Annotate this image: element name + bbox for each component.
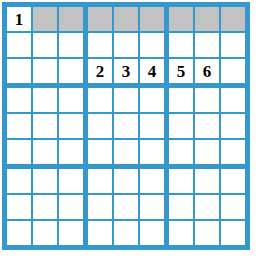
cell-r8c2[interactable] (59, 221, 83, 245)
cell-r0c0[interactable]: 1 (7, 7, 31, 31)
cell-r7c6[interactable] (169, 195, 193, 219)
cell-r5c1[interactable] (33, 140, 57, 164)
cell-r1c3[interactable] (88, 33, 112, 57)
cell-r7c1[interactable] (33, 195, 57, 219)
box-r1c0 (7, 88, 83, 164)
cell-r5c3[interactable] (88, 140, 112, 164)
cell-r0c8[interactable] (221, 7, 245, 31)
cell-r5c5[interactable] (140, 140, 164, 164)
cell-r5c6[interactable] (169, 140, 193, 164)
cell-r6c8[interactable] (221, 169, 245, 193)
cell-r4c1[interactable] (33, 114, 57, 138)
cell-r4c0[interactable] (7, 114, 31, 138)
cell-r8c3[interactable] (88, 221, 112, 245)
cell-r1c6[interactable] (169, 33, 193, 57)
cell-r1c7[interactable] (195, 33, 219, 57)
cell-r8c7[interactable] (195, 221, 219, 245)
cell-r2c3[interactable]: 2 (88, 59, 112, 83)
cell-r3c2[interactable] (59, 88, 83, 112)
cell-r3c8[interactable] (221, 88, 245, 112)
box-r0c1: 234 (88, 7, 164, 83)
cell-r5c0[interactable] (7, 140, 31, 164)
cell-r7c7[interactable] (195, 195, 219, 219)
cell-r2c6[interactable]: 5 (169, 59, 193, 83)
cell-r7c3[interactable] (88, 195, 112, 219)
cell-r3c1[interactable] (33, 88, 57, 112)
sudoku-board: 123456 (2, 2, 250, 250)
cell-r3c0[interactable] (7, 88, 31, 112)
cell-r6c0[interactable] (7, 169, 31, 193)
cell-r5c4[interactable] (114, 140, 138, 164)
cell-r6c6[interactable] (169, 169, 193, 193)
cell-r2c2[interactable] (59, 59, 83, 83)
cell-r4c3[interactable] (88, 114, 112, 138)
cell-r0c3[interactable] (88, 7, 112, 31)
cell-r2c1[interactable] (33, 59, 57, 83)
cell-r6c5[interactable] (140, 169, 164, 193)
box-r0c2: 56 (169, 7, 245, 83)
cell-r5c8[interactable] (221, 140, 245, 164)
cell-r4c2[interactable] (59, 114, 83, 138)
cell-r2c8[interactable] (221, 59, 245, 83)
cell-r4c8[interactable] (221, 114, 245, 138)
cell-r4c7[interactable] (195, 114, 219, 138)
cell-r1c8[interactable] (221, 33, 245, 57)
cell-r0c7[interactable] (195, 7, 219, 31)
cell-r7c5[interactable] (140, 195, 164, 219)
box-r2c2 (169, 169, 245, 245)
cell-r6c3[interactable] (88, 169, 112, 193)
cell-r0c6[interactable] (169, 7, 193, 31)
cell-r0c5[interactable] (140, 7, 164, 31)
cell-r6c7[interactable] (195, 169, 219, 193)
cell-r8c8[interactable] (221, 221, 245, 245)
cell-r2c4[interactable]: 3 (114, 59, 138, 83)
cell-r1c0[interactable] (7, 33, 31, 57)
cell-r1c5[interactable] (140, 33, 164, 57)
cell-r3c3[interactable] (88, 88, 112, 112)
cell-r0c4[interactable] (114, 7, 138, 31)
box-r2c1 (88, 169, 164, 245)
cell-r3c5[interactable] (140, 88, 164, 112)
cell-r4c6[interactable] (169, 114, 193, 138)
cell-r1c2[interactable] (59, 33, 83, 57)
cell-r8c4[interactable] (114, 221, 138, 245)
cell-r8c5[interactable] (140, 221, 164, 245)
cell-r3c6[interactable] (169, 88, 193, 112)
sudoku-app: 123456 (0, 0, 256, 256)
cell-r0c2[interactable] (59, 7, 83, 31)
cell-r3c4[interactable] (114, 88, 138, 112)
cell-r7c2[interactable] (59, 195, 83, 219)
cell-r1c4[interactable] (114, 33, 138, 57)
cell-r0c1[interactable] (33, 7, 57, 31)
cell-r6c1[interactable] (33, 169, 57, 193)
cell-r3c7[interactable] (195, 88, 219, 112)
cell-r8c6[interactable] (169, 221, 193, 245)
box-r2c0 (7, 169, 83, 245)
box-r1c1 (88, 88, 164, 164)
box-r1c2 (169, 88, 245, 164)
cell-r8c1[interactable] (33, 221, 57, 245)
cell-r2c5[interactable]: 4 (140, 59, 164, 83)
cell-r8c0[interactable] (7, 221, 31, 245)
cell-r7c4[interactable] (114, 195, 138, 219)
cell-r1c1[interactable] (33, 33, 57, 57)
cell-r7c8[interactable] (221, 195, 245, 219)
cell-r6c2[interactable] (59, 169, 83, 193)
cell-r2c7[interactable]: 6 (195, 59, 219, 83)
box-r0c0: 1 (7, 7, 83, 83)
cell-r2c0[interactable] (7, 59, 31, 83)
cell-r4c4[interactable] (114, 114, 138, 138)
cell-r7c0[interactable] (7, 195, 31, 219)
cell-r5c7[interactable] (195, 140, 219, 164)
cell-r5c2[interactable] (59, 140, 83, 164)
cell-r6c4[interactable] (114, 169, 138, 193)
cell-r4c5[interactable] (140, 114, 164, 138)
